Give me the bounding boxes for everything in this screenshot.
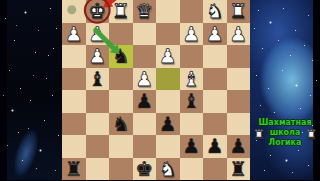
white-pawn[interactable]: ♟ <box>159 46 177 66</box>
square-g3[interactable]: ♟ <box>86 45 110 68</box>
square-a8[interactable]: ♜ <box>227 158 251 181</box>
square-d8[interactable]: ♞ <box>156 158 180 181</box>
square-g6[interactable] <box>86 113 110 136</box>
white-queen[interactable]: ♛ <box>135 1 153 21</box>
square-d3[interactable]: ♟ <box>156 45 180 68</box>
channel-watermark: ♜ ♜ Шахматная школа Логика <box>252 118 318 148</box>
white-knight[interactable]: ♞ <box>159 159 177 179</box>
square-b8[interactable] <box>203 158 227 181</box>
square-c2[interactable]: ♟ <box>180 23 204 46</box>
square-h7[interactable] <box>62 135 86 158</box>
space-background-right <box>250 0 320 180</box>
square-h5[interactable] <box>62 90 86 113</box>
white-rook-icon: ♜ <box>253 128 265 141</box>
chess-board[interactable]: ♚♜♛♞♜♟♟♟♟♟♟♞♟♝♟♝♟♝♞♟♟♟♟♜♚♞♜ <box>62 0 250 180</box>
square-a5[interactable] <box>227 90 251 113</box>
square-e1[interactable]: ♛ <box>133 0 157 23</box>
square-h4[interactable] <box>62 68 86 91</box>
white-pawn[interactable]: ♟ <box>88 46 106 66</box>
square-e6[interactable] <box>133 113 157 136</box>
square-a3[interactable] <box>227 45 251 68</box>
white-king[interactable]: ♚ <box>88 1 106 21</box>
square-b5[interactable] <box>203 90 227 113</box>
square-g5[interactable] <box>86 90 110 113</box>
white-pawn[interactable]: ♟ <box>65 24 83 44</box>
square-g1[interactable]: ♚ <box>86 0 110 23</box>
black-rook[interactable]: ♜ <box>65 159 83 179</box>
square-e7[interactable] <box>133 135 157 158</box>
square-f2[interactable] <box>109 23 133 46</box>
square-c3[interactable] <box>180 45 204 68</box>
white-bishop[interactable]: ♝ <box>182 69 200 89</box>
black-pawn[interactable]: ♟ <box>135 91 153 111</box>
white-rook[interactable]: ♜ <box>112 1 130 21</box>
white-pawn[interactable]: ♟ <box>206 24 224 44</box>
white-pawn[interactable]: ♟ <box>88 24 106 44</box>
square-d6[interactable]: ♟ <box>156 113 180 136</box>
bright-star-field <box>0 0 1 1</box>
square-a7[interactable]: ♟ <box>227 135 251 158</box>
square-b4[interactable] <box>203 68 227 91</box>
chess-lesson-frame: ♚♜♛♞♜♟♟♟♟♟♟♞♟♝♟♝♟♝♞♟♟♟♟♜♚♞♜ ♜ ♜ Шахматна… <box>0 0 320 180</box>
white-knight[interactable]: ♞ <box>206 1 224 21</box>
square-e2[interactable] <box>133 23 157 46</box>
square-f6[interactable]: ♞ <box>109 113 133 136</box>
square-c7[interactable]: ♟ <box>180 135 204 158</box>
square-h2[interactable]: ♟ <box>62 23 86 46</box>
square-b6[interactable] <box>203 113 227 136</box>
square-d5[interactable] <box>156 90 180 113</box>
square-c8[interactable] <box>180 158 204 181</box>
square-e5[interactable]: ♟ <box>133 90 157 113</box>
square-g8[interactable] <box>86 158 110 181</box>
square-g7[interactable] <box>86 135 110 158</box>
square-d4-last-move-from[interactable] <box>156 68 180 91</box>
square-b3[interactable] <box>203 45 227 68</box>
black-pawn[interactable]: ♟ <box>206 136 224 156</box>
black-bishop[interactable]: ♝ <box>182 91 200 111</box>
frame-right-edge <box>313 0 320 180</box>
square-f7[interactable] <box>109 135 133 158</box>
square-a1[interactable]: ♜ <box>227 0 251 23</box>
square-a2[interactable]: ♟ <box>227 23 251 46</box>
square-f5[interactable] <box>109 90 133 113</box>
square-e8[interactable]: ♚ <box>133 158 157 181</box>
frame-left-edge <box>0 0 7 180</box>
square-d1[interactable] <box>156 0 180 23</box>
square-c1[interactable] <box>180 0 204 23</box>
white-pawn[interactable]: ♟ <box>182 24 200 44</box>
black-knight[interactable]: ♞ <box>112 46 130 66</box>
black-pawn[interactable]: ♟ <box>229 136 247 156</box>
black-pawn[interactable]: ♟ <box>182 136 200 156</box>
square-h8[interactable]: ♜ <box>62 158 86 181</box>
square-f1[interactable]: ♜ <box>109 0 133 23</box>
square-h3[interactable] <box>62 45 86 68</box>
black-pawn[interactable]: ♟ <box>159 114 177 134</box>
square-f8[interactable] <box>109 158 133 181</box>
square-d7[interactable] <box>156 135 180 158</box>
square-c5[interactable]: ♝ <box>180 90 204 113</box>
white-pawn[interactable]: ♟ <box>229 24 247 44</box>
white-pawn[interactable]: ♟ <box>135 69 153 89</box>
square-a4[interactable] <box>227 68 251 91</box>
square-b1[interactable]: ♞ <box>203 0 227 23</box>
white-rook-icon: ♜ <box>305 128 317 141</box>
square-e4[interactable]: ♟ <box>133 68 157 91</box>
black-rook[interactable]: ♜ <box>229 159 247 179</box>
square-c4[interactable]: ♝ <box>180 68 204 91</box>
square-c6[interactable] <box>180 113 204 136</box>
square-f4[interactable] <box>109 68 133 91</box>
square-g2[interactable]: ♟ <box>86 23 110 46</box>
black-bishop[interactable]: ♝ <box>88 69 106 89</box>
black-king[interactable]: ♚ <box>135 159 153 179</box>
square-b7[interactable]: ♟ <box>203 135 227 158</box>
square-h6[interactable] <box>62 113 86 136</box>
square-b2[interactable]: ♟ <box>203 23 227 46</box>
square-g4[interactable]: ♝ <box>86 68 110 91</box>
square-f3-last-move-to[interactable]: ♞ <box>109 45 133 68</box>
square-d2[interactable] <box>156 23 180 46</box>
black-knight[interactable]: ♞ <box>112 114 130 134</box>
square-h1[interactable] <box>62 0 86 23</box>
white-rook[interactable]: ♜ <box>229 1 247 21</box>
square-a6[interactable] <box>227 113 251 136</box>
square-e3[interactable] <box>133 45 157 68</box>
